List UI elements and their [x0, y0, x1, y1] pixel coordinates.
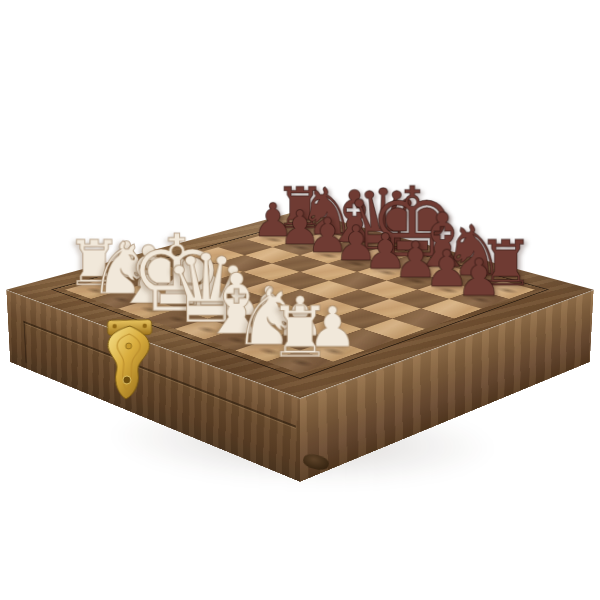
product-photo-scene: ♜♞♝♛♚♝♞♜♟♟♟♟♟♟♟♟♟♟♟♟♟♟♟♟♜♞♝♚♛♝♞♜ — [0, 0, 600, 600]
white-rook-glyph: ♜ — [268, 297, 331, 367]
black-pawn-glyph: ♟ — [456, 251, 502, 302]
brass-latch — [90, 310, 167, 406]
